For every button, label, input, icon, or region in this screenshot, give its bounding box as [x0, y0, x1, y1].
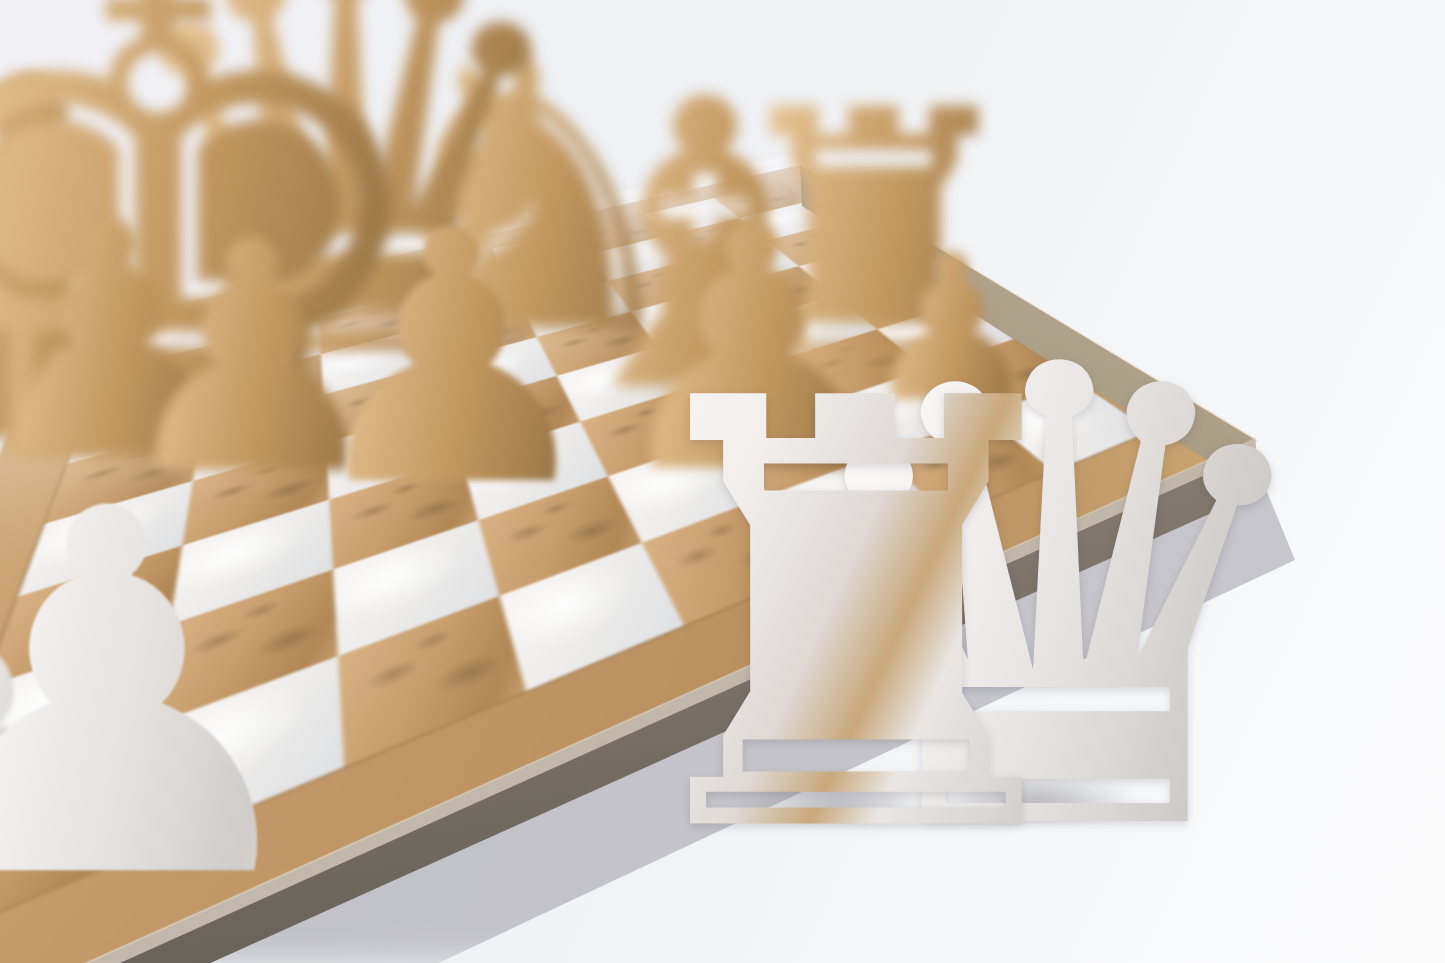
white-pawn-icon: ♟	[0, 445, 332, 947]
tan-pawn-icon: ♟	[296, 186, 608, 534]
white-rook[interactable]: ♜	[592, 325, 1120, 914]
marble-chess-photo: ♝♚♟♟♛♞♝♟♜♟♟♟♟♜♛	[0, 0, 1445, 963]
white-pawn-b2[interactable]: ♟	[0, 445, 332, 947]
tan-pawn-c5[interactable]: ♟	[296, 186, 608, 534]
white-rook-icon: ♜	[592, 325, 1120, 914]
